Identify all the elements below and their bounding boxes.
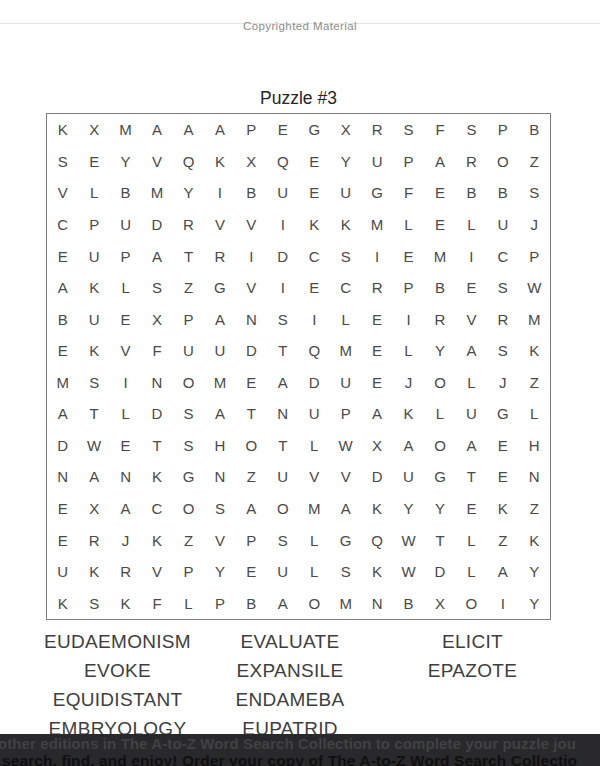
grid-cell-r3c14: B	[456, 177, 487, 209]
grid-cell-r12c11: D	[361, 461, 392, 493]
grid-cell-r6c1: A	[47, 272, 78, 304]
grid-cell-r7c10: L	[330, 303, 361, 335]
copyright-notice: Copyrighted Material	[0, 20, 600, 32]
word-item-endameba: ENDAMEBA	[205, 685, 375, 714]
grid-cell-r7c8: S	[267, 303, 298, 335]
grid-cell-r6c2: K	[78, 272, 109, 304]
grid-cell-r1c15: P	[487, 114, 518, 146]
grid-cell-r11c12: A	[393, 430, 424, 462]
grid-cell-r7c7: N	[236, 303, 267, 335]
grid-cell-r2c7: X	[236, 146, 267, 178]
grid-cell-r3c13: E	[424, 177, 455, 209]
grid-cell-r16c12: B	[393, 587, 424, 619]
grid-cell-r7c15: R	[487, 303, 518, 335]
grid-cell-r2c12: P	[393, 146, 424, 178]
grid-cell-r14c9: L	[299, 524, 330, 556]
grid-cell-r8c11: E	[361, 335, 392, 367]
grid-cell-r10c15: G	[487, 398, 518, 430]
grid-cell-r14c13: T	[424, 524, 455, 556]
grid-cell-r3c5: Y	[173, 177, 204, 209]
grid-cell-r16c7: B	[236, 587, 267, 619]
grid-cell-r4c16: J	[519, 209, 550, 241]
grid-cell-r5c8: D	[267, 240, 298, 272]
grid-cell-r7c2: U	[78, 303, 109, 335]
grid-cell-r1c12: S	[393, 114, 424, 146]
grid-cell-r5c11: I	[361, 240, 392, 272]
grid-cell-r7c4: X	[141, 303, 172, 335]
grid-cell-r6c15: S	[487, 272, 518, 304]
word-item-evoke: EVOKE	[30, 656, 205, 685]
grid-cell-r6c4: S	[141, 272, 172, 304]
grid-cell-r14c8: S	[267, 524, 298, 556]
grid-cell-r9c3: I	[110, 367, 141, 399]
grid-cell-r1c5: A	[173, 114, 204, 146]
grid-cell-r7c1: B	[47, 303, 78, 335]
grid-cell-r9c12: J	[393, 367, 424, 399]
grid-cell-r1c10: X	[330, 114, 361, 146]
grid-cell-r2c16: Z	[519, 146, 550, 178]
grid-cell-r10c4: D	[141, 398, 172, 430]
grid-cell-r3c11: G	[361, 177, 392, 209]
grid-cell-r2c11: U	[361, 146, 392, 178]
grid-cell-r7c16: M	[519, 303, 550, 335]
grid-cell-r14c2: R	[78, 524, 109, 556]
grid-cell-r5c12: E	[393, 240, 424, 272]
grid-cell-r1c9: G	[299, 114, 330, 146]
grid-cell-r9c14: L	[456, 367, 487, 399]
grid-cell-r5c3: P	[110, 240, 141, 272]
grid-cell-r5c15: C	[487, 240, 518, 272]
grid-cell-r3c1: V	[47, 177, 78, 209]
grid-cell-r2c4: V	[141, 146, 172, 178]
grid-cell-r13c5: O	[173, 493, 204, 525]
grid-cell-r7c6: A	[204, 303, 235, 335]
grid-cell-r3c12: F	[393, 177, 424, 209]
grid-cell-r1c8: E	[267, 114, 298, 146]
puzzle-title: Puzzle #3	[0, 88, 597, 109]
grid-cell-r15c10: S	[330, 556, 361, 588]
grid-cell-r2c15: O	[487, 146, 518, 178]
grid-cell-r13c4: C	[141, 493, 172, 525]
grid-cell-r13c9: M	[299, 493, 330, 525]
grid-cell-r8c7: D	[236, 335, 267, 367]
grid-cell-r11c14: A	[456, 430, 487, 462]
grid-cell-r3c9: E	[299, 177, 330, 209]
grid-cell-r15c8: U	[267, 556, 298, 588]
grid-cell-r1c16: B	[519, 114, 550, 146]
grid-cell-r13c6: S	[204, 493, 235, 525]
grid-cell-r15c4: V	[141, 556, 172, 588]
grid-cell-r16c2: S	[78, 587, 109, 619]
grid-cell-r1c11: R	[361, 114, 392, 146]
grid-cell-r15c9: L	[299, 556, 330, 588]
grid-cell-r11c1: D	[47, 430, 78, 462]
word-item-eudaemonism: EUDAEMONISM	[30, 627, 205, 656]
grid-cell-r2c2: E	[78, 146, 109, 178]
grid-cell-r3c7: B	[236, 177, 267, 209]
grid-cell-r6c3: L	[110, 272, 141, 304]
grid-cell-r11c16: H	[519, 430, 550, 462]
grid-cell-r3c10: U	[330, 177, 361, 209]
grid-cell-r8c14: A	[456, 335, 487, 367]
grid-cell-r12c1: N	[47, 461, 78, 493]
grid-cell-r13c1: E	[47, 493, 78, 525]
grid-cell-r5c2: U	[78, 240, 109, 272]
grid-cell-r6c7: V	[236, 272, 267, 304]
grid-cell-r13c8: O	[267, 493, 298, 525]
grid-cell-r15c15: A	[487, 556, 518, 588]
grid-cell-r16c10: M	[330, 587, 361, 619]
grid-cell-r1c13: F	[424, 114, 455, 146]
grid-cell-r4c15: U	[487, 209, 518, 241]
grid-cell-r8c1: E	[47, 335, 78, 367]
grid-cell-r12c9: V	[299, 461, 330, 493]
grid-cell-r11c3: E	[110, 430, 141, 462]
grid-cell-r14c11: Q	[361, 524, 392, 556]
grid-cell-r12c14: T	[456, 461, 487, 493]
grid-cell-r16c9: O	[299, 587, 330, 619]
grid-cell-r3c4: M	[141, 177, 172, 209]
grid-cell-r13c12: Y	[393, 493, 424, 525]
grid-cell-r8c12: L	[393, 335, 424, 367]
grid-cell-r15c6: Y	[204, 556, 235, 588]
grid-cell-r7c9: I	[299, 303, 330, 335]
promo-banner-line-1: other editions in The A-to-Z Word Search…	[0, 735, 600, 752]
grid-cell-r4c5: R	[173, 209, 204, 241]
grid-cell-r7c5: P	[173, 303, 204, 335]
grid-cell-r2c9: E	[299, 146, 330, 178]
word-search-grid: KXMAAAPEGXRSFSPBSEYVQKXQEYUPAROZVLBMYIBU…	[46, 113, 551, 620]
grid-cell-r11c11: X	[361, 430, 392, 462]
grid-cell-r10c16: L	[519, 398, 550, 430]
grid-cell-r12c15: E	[487, 461, 518, 493]
grid-cell-r16c13: X	[424, 587, 455, 619]
grid-cell-r11c10: W	[330, 430, 361, 462]
grid-cell-r1c4: A	[141, 114, 172, 146]
promo-banner-line-2: search, find, and enjoy! Order your copy…	[2, 752, 600, 766]
grid-cell-r4c4: D	[141, 209, 172, 241]
grid-cell-r7c13: R	[424, 303, 455, 335]
grid-cell-r13c11: K	[361, 493, 392, 525]
grid-cell-r16c16: Y	[519, 587, 550, 619]
grid-cell-r15c13: D	[424, 556, 455, 588]
grid-cell-r15c16: Y	[519, 556, 550, 588]
word-item-expansile: EXPANSILE	[205, 656, 375, 685]
grid-cell-r9c5: O	[173, 367, 204, 399]
grid-cell-r4c9: K	[299, 209, 330, 241]
grid-cell-r5c5: T	[173, 240, 204, 272]
grid-cell-r9c6: M	[204, 367, 235, 399]
grid-cell-r2c5: Q	[173, 146, 204, 178]
grid-cell-r13c13: Y	[424, 493, 455, 525]
grid-cell-r3c2: L	[78, 177, 109, 209]
grid-cell-r8c4: F	[141, 335, 172, 367]
grid-cell-r15c1: U	[47, 556, 78, 588]
grid-cell-r4c12: L	[393, 209, 424, 241]
grid-cell-r8c5: U	[173, 335, 204, 367]
grid-cell-r14c3: J	[110, 524, 141, 556]
grid-cell-r6c11: R	[361, 272, 392, 304]
grid-cell-r14c6: V	[204, 524, 235, 556]
word-item-empty	[375, 685, 570, 714]
grid-cell-r14c16: K	[519, 524, 550, 556]
grid-cell-r5c6: R	[204, 240, 235, 272]
grid-cell-r6c16: W	[519, 272, 550, 304]
grid-cell-r10c1: A	[47, 398, 78, 430]
grid-cell-r2c10: Y	[330, 146, 361, 178]
grid-cell-r9c10: U	[330, 367, 361, 399]
grid-cell-r10c3: L	[110, 398, 141, 430]
grid-cell-r9c7: E	[236, 367, 267, 399]
grid-cell-r5c16: P	[519, 240, 550, 272]
grid-cell-r4c6: V	[204, 209, 235, 241]
grid-cell-r8c15: S	[487, 335, 518, 367]
word-item-equidistant: EQUIDISTANT	[30, 685, 205, 714]
grid-cell-r15c14: L	[456, 556, 487, 588]
grid-cell-r6c10: C	[330, 272, 361, 304]
grid-cell-r16c3: K	[110, 587, 141, 619]
grid-cell-r2c3: Y	[110, 146, 141, 178]
grid-cell-r8c9: Q	[299, 335, 330, 367]
grid-cell-r4c7: V	[236, 209, 267, 241]
grid-cell-r11c15: E	[487, 430, 518, 462]
grid-cell-r15c5: P	[173, 556, 204, 588]
grid-cell-r10c2: T	[78, 398, 109, 430]
grid-cell-r15c7: E	[236, 556, 267, 588]
grid-cell-r10c12: K	[393, 398, 424, 430]
grid-cell-r2c13: A	[424, 146, 455, 178]
grid-cell-r2c14: R	[456, 146, 487, 178]
grid-cell-r15c2: K	[78, 556, 109, 588]
grid-cell-r14c12: W	[393, 524, 424, 556]
grid-cell-r6c6: G	[204, 272, 235, 304]
grid-cell-r8c3: V	[110, 335, 141, 367]
grid-cell-r3c6: I	[204, 177, 235, 209]
grid-cell-r14c4: K	[141, 524, 172, 556]
grid-cell-r1c7: P	[236, 114, 267, 146]
grid-cell-r4c3: U	[110, 209, 141, 241]
grid-cell-r8c16: K	[519, 335, 550, 367]
grid-cell-r14c10: G	[330, 524, 361, 556]
grid-cell-r11c9: L	[299, 430, 330, 462]
grid-cell-r9c8: A	[267, 367, 298, 399]
grid-cell-r11c7: O	[236, 430, 267, 462]
grid-cell-r9c13: O	[424, 367, 455, 399]
grid-cell-r10c9: U	[299, 398, 330, 430]
grid-cell-r4c1: C	[47, 209, 78, 241]
grid-cell-r13c10: A	[330, 493, 361, 525]
grid-cell-r3c8: U	[267, 177, 298, 209]
word-list: EUDAEMONISMEVALUATEELICITEVOKEEXPANSILEE…	[30, 627, 570, 743]
grid-cell-r13c3: A	[110, 493, 141, 525]
grid-cell-r4c14: L	[456, 209, 487, 241]
grid-cell-r9c11: E	[361, 367, 392, 399]
grid-cell-r16c15: I	[487, 587, 518, 619]
grid-cell-r14c15: Z	[487, 524, 518, 556]
grid-cell-r13c2: X	[78, 493, 109, 525]
grid-cell-r1c1: K	[47, 114, 78, 146]
grid-cell-r5c1: E	[47, 240, 78, 272]
grid-cell-r16c4: F	[141, 587, 172, 619]
grid-cell-r16c1: K	[47, 587, 78, 619]
grid-cell-r11c8: T	[267, 430, 298, 462]
promo-banner: other editions in The A-to-Z Word Search…	[0, 734, 600, 766]
grid-cell-r14c5: Z	[173, 524, 204, 556]
grid-cell-r16c6: P	[204, 587, 235, 619]
grid-cell-r4c13: E	[424, 209, 455, 241]
grid-cell-r8c10: M	[330, 335, 361, 367]
grid-cell-r3c3: B	[110, 177, 141, 209]
grid-cell-r16c8: A	[267, 587, 298, 619]
grid-cell-r5c10: S	[330, 240, 361, 272]
grid-cell-r1c2: X	[78, 114, 109, 146]
grid-cell-r4c11: M	[361, 209, 392, 241]
grid-cell-r14c7: P	[236, 524, 267, 556]
grid-cell-r12c7: Z	[236, 461, 267, 493]
grid-cell-r9c16: Z	[519, 367, 550, 399]
grid-cell-r6c13: B	[424, 272, 455, 304]
grid-cell-r7c14: V	[456, 303, 487, 335]
grid-cell-r2c6: K	[204, 146, 235, 178]
grid-cell-r5c13: M	[424, 240, 455, 272]
grid-cell-r12c6: N	[204, 461, 235, 493]
grid-cell-r16c14: O	[456, 587, 487, 619]
grid-cell-r10c10: P	[330, 398, 361, 430]
grid-cell-r1c14: S	[456, 114, 487, 146]
grid-cell-r3c16: S	[519, 177, 550, 209]
grid-cell-r2c1: S	[47, 146, 78, 178]
grid-cell-r7c3: E	[110, 303, 141, 335]
grid-cell-r12c2: A	[78, 461, 109, 493]
grid-cell-r5c4: A	[141, 240, 172, 272]
grid-cell-r13c14: E	[456, 493, 487, 525]
grid-cell-r12c5: G	[173, 461, 204, 493]
grid-cell-r8c6: U	[204, 335, 235, 367]
grid-cell-r5c9: C	[299, 240, 330, 272]
grid-cell-r5c14: I	[456, 240, 487, 272]
grid-cell-r4c8: I	[267, 209, 298, 241]
grid-cell-r2c8: Q	[267, 146, 298, 178]
grid-cell-r6c12: P	[393, 272, 424, 304]
grid-cell-r9c1: M	[47, 367, 78, 399]
grid-cell-r6c14: E	[456, 272, 487, 304]
grid-cell-r12c16: N	[519, 461, 550, 493]
grid-cell-r8c2: K	[78, 335, 109, 367]
grid-cell-r12c4: K	[141, 461, 172, 493]
grid-cell-r9c9: D	[299, 367, 330, 399]
grid-cell-r6c9: E	[299, 272, 330, 304]
grid-cell-r8c8: T	[267, 335, 298, 367]
grid-cell-r1c3: M	[110, 114, 141, 146]
grid-cell-r11c4: T	[141, 430, 172, 462]
grid-cell-r16c5: L	[173, 587, 204, 619]
grid-cell-r11c2: W	[78, 430, 109, 462]
grid-cell-r10c14: U	[456, 398, 487, 430]
grid-cell-r1c6: A	[204, 114, 235, 146]
grid-cell-r13c15: K	[487, 493, 518, 525]
grid-cell-r7c11: E	[361, 303, 392, 335]
grid-cell-r10c11: A	[361, 398, 392, 430]
grid-cell-r10c8: N	[267, 398, 298, 430]
grid-cell-r5c7: I	[236, 240, 267, 272]
grid-cell-r12c8: U	[267, 461, 298, 493]
grid-cell-r4c2: P	[78, 209, 109, 241]
grid-cell-r11c13: O	[424, 430, 455, 462]
grid-cell-r8c13: Y	[424, 335, 455, 367]
grid-cell-r6c8: I	[267, 272, 298, 304]
grid-cell-r16c11: N	[361, 587, 392, 619]
grid-cell-r10c6: A	[204, 398, 235, 430]
word-item-elicit: ELICIT	[375, 627, 570, 656]
grid-cell-r9c15: J	[487, 367, 518, 399]
grid-cell-r15c3: R	[110, 556, 141, 588]
grid-cell-r9c2: S	[78, 367, 109, 399]
grid-cell-r14c1: E	[47, 524, 78, 556]
grid-cell-r13c16: Z	[519, 493, 550, 525]
grid-cell-r11c5: S	[173, 430, 204, 462]
grid-cell-r9c4: N	[141, 367, 172, 399]
grid-cell-r10c13: L	[424, 398, 455, 430]
word-item-evaluate: EVALUATE	[205, 627, 375, 656]
grid-cell-r11c6: H	[204, 430, 235, 462]
grid-cell-r15c12: W	[393, 556, 424, 588]
grid-cell-r3c15: B	[487, 177, 518, 209]
grid-cell-r15c11: K	[361, 556, 392, 588]
grid-cell-r12c12: U	[393, 461, 424, 493]
grid-cell-r12c13: G	[424, 461, 455, 493]
grid-cell-r4c10: K	[330, 209, 361, 241]
grid-cell-r7c12: I	[393, 303, 424, 335]
grid-cell-r13c7: A	[236, 493, 267, 525]
grid-cell-r14c14: L	[456, 524, 487, 556]
grid-cell-r10c5: S	[173, 398, 204, 430]
grid-cell-r10c7: T	[236, 398, 267, 430]
grid-cell-r6c5: Z	[173, 272, 204, 304]
grid-cell-r12c3: N	[110, 461, 141, 493]
scanned-page: Copyrighted Material Puzzle #3 KXMAAAPEG…	[0, 0, 600, 766]
grid-cell-r12c10: V	[330, 461, 361, 493]
word-item-epazote: EPAZOTE	[375, 656, 570, 685]
